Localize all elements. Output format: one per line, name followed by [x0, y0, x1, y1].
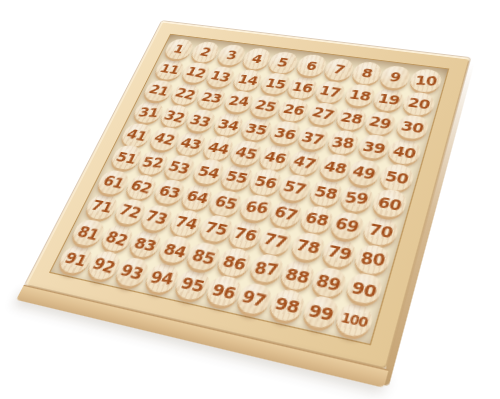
tile-number: 30: [400, 119, 426, 135]
tile-number: 80: [359, 250, 386, 268]
tile-65[interactable]: 65: [206, 188, 245, 218]
tile-number: 92: [90, 255, 117, 275]
tile-number: 79: [325, 243, 353, 263]
tile-number: 75: [203, 219, 230, 237]
tile-number: 37: [300, 130, 326, 147]
tile-number: 43: [178, 136, 203, 152]
tile-6[interactable]: 6: [294, 53, 329, 77]
tile-number: 82: [103, 228, 130, 248]
tile-number: 48: [322, 158, 348, 175]
tile-number: 72: [117, 202, 144, 221]
tile-number: 35: [244, 121, 269, 137]
tile-70[interactable]: 70: [361, 215, 401, 248]
tile-number: 3: [225, 49, 238, 61]
tile-number: 87: [253, 259, 280, 277]
tile-38[interactable]: 38: [325, 128, 362, 156]
tile-number: 1: [172, 43, 186, 55]
hundred-board-tray: 1234567891011121314151617181920212223242…: [25, 21, 470, 369]
tile-50[interactable]: 50: [377, 162, 415, 192]
tile-46[interactable]: 46: [257, 143, 295, 171]
tile-number: 68: [303, 210, 330, 229]
tile-9[interactable]: 9: [378, 65, 413, 90]
tile-number: 84: [162, 240, 189, 259]
tile-58[interactable]: 58: [307, 178, 346, 209]
tile-28[interactable]: 28: [333, 105, 370, 132]
tile-number: 29: [368, 115, 394, 131]
tile-number: 18: [348, 88, 373, 103]
tile-number: 44: [206, 140, 231, 156]
tile-78[interactable]: 78: [288, 230, 328, 263]
tile-99[interactable]: 99: [300, 294, 342, 331]
tile-35[interactable]: 35: [238, 116, 275, 143]
tile-number: 10: [414, 74, 437, 87]
tile-number: 100: [340, 311, 369, 329]
tile-1[interactable]: 1: [162, 38, 196, 61]
tile-number: 70: [367, 221, 394, 240]
tile-number: 53: [167, 159, 193, 176]
tile-number: 19: [376, 92, 401, 107]
tile-number: 25: [253, 99, 278, 114]
tile-number: 83: [132, 235, 159, 254]
tile-number: 55: [224, 169, 250, 186]
tile-number: 85: [190, 247, 218, 267]
tile-90[interactable]: 90: [343, 271, 385, 307]
tile-number: 86: [221, 253, 249, 273]
tile-number: 15: [264, 76, 288, 90]
tile-number: 46: [263, 149, 289, 165]
tile-number: 94: [149, 269, 176, 287]
tile-17[interactable]: 17: [312, 79, 348, 105]
tile-number: 57: [281, 179, 308, 197]
product-photo-scene: Wooden Hundred Board 1-100 1234567891011…: [0, 0, 500, 399]
tile-87[interactable]: 87: [246, 251, 287, 285]
tile-number: 24: [227, 95, 250, 108]
tile-number: 5: [276, 56, 291, 69]
tile-number: 56: [253, 174, 279, 191]
tile-number: 95: [179, 274, 207, 294]
tile-number: 16: [290, 80, 314, 95]
tile-number: 58: [313, 184, 339, 202]
tile-59[interactable]: 59: [337, 183, 376, 214]
tile-79[interactable]: 79: [319, 236, 359, 270]
tile-100[interactable]: 100: [333, 301, 375, 339]
tile-29[interactable]: 29: [362, 110, 399, 137]
tile-number: 27: [310, 106, 336, 123]
tile-10[interactable]: 10: [408, 68, 444, 94]
tile-number: 42: [152, 130, 177, 147]
tile-number: 77: [261, 231, 289, 251]
tile-number: 21: [147, 83, 171, 98]
tile-7[interactable]: 7: [321, 57, 356, 82]
tile-39[interactable]: 39: [355, 133, 392, 162]
tile-8[interactable]: 8: [349, 61, 384, 86]
tile-number: 4: [250, 53, 264, 65]
board-base: 1234567891011121314151617181920212223242…: [49, 34, 449, 346]
tile-number: 66: [244, 199, 269, 215]
tile-number: 17: [318, 84, 343, 99]
tile-60[interactable]: 60: [370, 188, 409, 220]
tile-number: 50: [383, 169, 409, 187]
tile-number: 64: [184, 189, 210, 206]
tile-number: 13: [209, 69, 233, 83]
tile-number: 40: [391, 144, 417, 161]
tile-5[interactable]: 5: [266, 51, 301, 75]
tile-number: 67: [272, 204, 299, 224]
tile-number: 26: [281, 102, 306, 117]
tile-number: 39: [361, 138, 387, 155]
tile-number: 38: [331, 135, 355, 150]
tile-number: 88: [283, 265, 311, 285]
tile-2[interactable]: 2: [188, 41, 222, 64]
tile-number: 14: [236, 73, 260, 87]
tile-number: 89: [315, 272, 344, 293]
tile-number: 76: [232, 225, 259, 244]
tile-89[interactable]: 89: [308, 265, 349, 300]
tile-number: 90: [350, 278, 379, 299]
tile-number: 96: [210, 281, 238, 301]
tile-47[interactable]: 47: [286, 148, 324, 177]
tile-number: 8: [360, 67, 374, 80]
tile-27[interactable]: 27: [305, 101, 341, 128]
tile-number: 2: [198, 46, 213, 58]
tile-number: 34: [216, 117, 241, 132]
tile-number: 74: [173, 214, 200, 232]
tile-number: 99: [307, 301, 336, 323]
tile-number: 81: [75, 223, 102, 242]
tile-number: 12: [184, 65, 208, 80]
tile-number: 11: [158, 62, 181, 76]
tile-98[interactable]: 98: [266, 287, 308, 323]
tile-number: 22: [173, 86, 197, 101]
tile-number: 31: [137, 106, 160, 119]
tile-number: 51: [114, 150, 139, 166]
tile-number: 52: [141, 155, 165, 170]
tile-number: 28: [339, 111, 364, 127]
tile-number: 45: [233, 145, 259, 162]
tile-number: 62: [128, 178, 154, 196]
tile-number: 47: [291, 153, 318, 171]
tile-number: 7: [331, 63, 346, 76]
tile-number: 60: [376, 194, 403, 212]
tile-68[interactable]: 68: [297, 203, 336, 235]
tile-number: 71: [89, 198, 115, 215]
tile-80[interactable]: 80: [352, 242, 393, 276]
tile-26[interactable]: 26: [276, 97, 312, 123]
number-grid: 1234567891011121314151617181920212223242…: [54, 36, 445, 340]
tile-95[interactable]: 95: [172, 267, 213, 302]
tile-number: 9: [388, 70, 403, 83]
tile-23[interactable]: 23: [194, 85, 230, 110]
tile-number: 32: [162, 108, 187, 124]
tile-69[interactable]: 69: [328, 209, 368, 241]
tile-number: 97: [240, 288, 269, 309]
tile-86[interactable]: 86: [214, 246, 255, 280]
tile-number: 49: [351, 164, 378, 182]
tile-number: 36: [273, 125, 298, 141]
tile-number: 91: [63, 250, 90, 269]
tile-number: 41: [124, 127, 149, 143]
tile-21[interactable]: 21: [141, 78, 176, 103]
tile-number: 20: [406, 96, 431, 111]
tile-number: 93: [118, 262, 146, 282]
tile-number: 59: [344, 190, 369, 206]
tile-number: 65: [212, 194, 239, 212]
tile-30[interactable]: 30: [394, 113, 431, 141]
tile-number: 73: [143, 209, 170, 227]
tile-number: 61: [101, 174, 127, 191]
tile-number: 98: [273, 294, 302, 315]
tile-number: 63: [157, 183, 183, 200]
tile-number: 33: [188, 113, 213, 129]
tile-18[interactable]: 18: [342, 82, 378, 108]
tile-number: 6: [305, 59, 319, 72]
tile-19[interactable]: 19: [371, 86, 407, 112]
tile-40[interactable]: 40: [385, 137, 423, 166]
tile-number: 54: [196, 163, 222, 180]
tile-20[interactable]: 20: [401, 90, 437, 117]
tile-14[interactable]: 14: [230, 68, 265, 93]
tile-34[interactable]: 34: [210, 111, 246, 138]
tile-number: 69: [334, 216, 362, 235]
tile-number: 78: [294, 237, 322, 256]
tile-number: 23: [199, 91, 223, 105]
